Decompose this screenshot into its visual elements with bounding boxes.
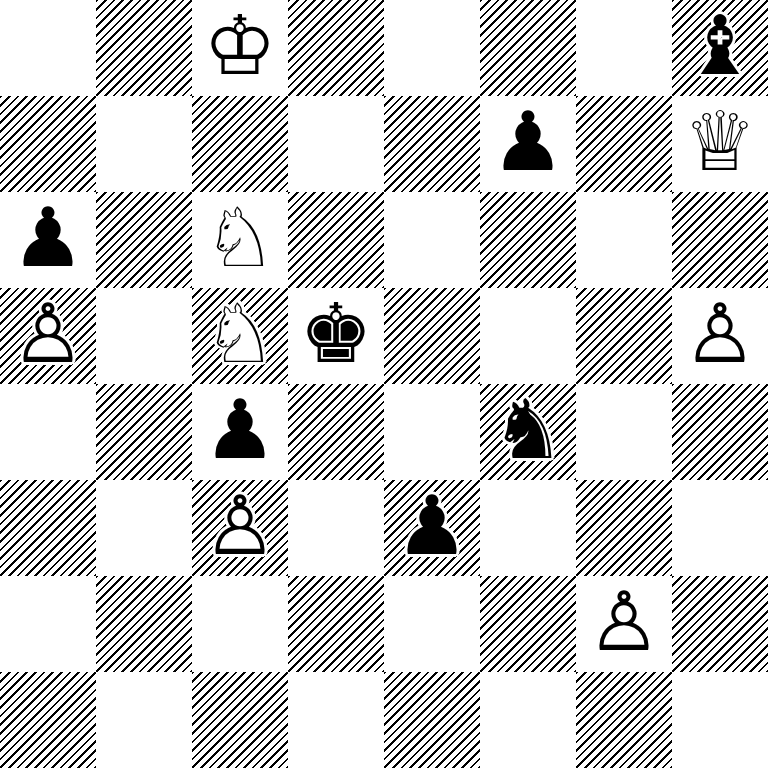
square-f1[interactable]	[480, 672, 576, 768]
square-d4[interactable]	[288, 384, 384, 480]
black-pawn-glyph: ♟	[0, 192, 96, 286]
white-queen-glyph: ♕	[672, 96, 768, 190]
square-d7[interactable]	[288, 96, 384, 192]
square-d1[interactable]	[288, 672, 384, 768]
piece-white-knight[interactable]: ♞♘	[192, 192, 288, 288]
square-b4[interactable]	[96, 384, 192, 480]
piece-white-pawn[interactable]: ♟♙	[0, 288, 96, 384]
square-c4[interactable]: ♟♟	[192, 384, 288, 480]
piece-white-pawn[interactable]: ♟♙	[576, 576, 672, 672]
square-h8[interactable]: ♝♝	[672, 0, 768, 96]
square-c1[interactable]	[192, 672, 288, 768]
square-g2[interactable]: ♟♙	[576, 576, 672, 672]
black-pawn-glyph: ♟	[480, 96, 576, 190]
square-h2[interactable]	[672, 576, 768, 672]
square-b6[interactable]	[96, 192, 192, 288]
square-a1[interactable]	[0, 672, 96, 768]
white-pawn-glyph: ♙	[192, 480, 288, 574]
square-e4[interactable]	[384, 384, 480, 480]
piece-white-pawn[interactable]: ♟♙	[672, 288, 768, 384]
square-e6[interactable]	[384, 192, 480, 288]
square-h5[interactable]: ♟♙	[672, 288, 768, 384]
black-knight-glyph: ♞	[480, 384, 576, 478]
square-e7[interactable]	[384, 96, 480, 192]
square-h7[interactable]: ♛♕	[672, 96, 768, 192]
piece-black-pawn[interactable]: ♟♟	[0, 192, 96, 288]
black-bishop-glyph: ♝	[672, 0, 768, 94]
square-g3[interactable]	[576, 480, 672, 576]
square-b8[interactable]	[96, 0, 192, 96]
white-king-glyph: ♔	[192, 0, 288, 94]
square-b1[interactable]	[96, 672, 192, 768]
square-g4[interactable]	[576, 384, 672, 480]
square-a6[interactable]: ♟♟	[0, 192, 96, 288]
square-a8[interactable]	[0, 0, 96, 96]
piece-black-knight[interactable]: ♞♞	[480, 384, 576, 480]
square-b3[interactable]	[96, 480, 192, 576]
piece-white-pawn[interactable]: ♟♙	[192, 480, 288, 576]
white-pawn-glyph: ♙	[0, 288, 96, 382]
square-c5[interactable]: ♞♘	[192, 288, 288, 384]
square-e8[interactable]	[384, 0, 480, 96]
white-pawn-glyph: ♙	[672, 288, 768, 382]
square-d8[interactable]	[288, 0, 384, 96]
piece-white-king[interactable]: ♚♔	[192, 0, 288, 96]
square-c8[interactable]: ♚♔	[192, 0, 288, 96]
square-e1[interactable]	[384, 672, 480, 768]
piece-black-bishop[interactable]: ♝♝	[672, 0, 768, 96]
square-e2[interactable]	[384, 576, 480, 672]
square-f6[interactable]	[480, 192, 576, 288]
square-f5[interactable]	[480, 288, 576, 384]
square-h1[interactable]	[672, 672, 768, 768]
square-g6[interactable]	[576, 192, 672, 288]
square-f7[interactable]: ♟♟	[480, 96, 576, 192]
square-g8[interactable]	[576, 0, 672, 96]
square-d2[interactable]	[288, 576, 384, 672]
square-e3[interactable]: ♟♟	[384, 480, 480, 576]
black-king-glyph: ♚	[288, 288, 384, 382]
piece-black-pawn[interactable]: ♟♟	[480, 96, 576, 192]
black-pawn-glyph: ♟	[384, 480, 480, 574]
piece-black-pawn[interactable]: ♟♟	[192, 384, 288, 480]
white-knight-glyph: ♘	[192, 192, 288, 286]
square-b2[interactable]	[96, 576, 192, 672]
piece-black-king[interactable]: ♚♚	[288, 288, 384, 384]
square-a3[interactable]	[0, 480, 96, 576]
square-b7[interactable]	[96, 96, 192, 192]
square-c6[interactable]: ♞♘	[192, 192, 288, 288]
square-g1[interactable]	[576, 672, 672, 768]
square-h3[interactable]	[672, 480, 768, 576]
square-f2[interactable]	[480, 576, 576, 672]
piece-white-knight[interactable]: ♞♘	[192, 288, 288, 384]
square-c7[interactable]	[192, 96, 288, 192]
square-c3[interactable]: ♟♙	[192, 480, 288, 576]
white-knight-glyph: ♘	[192, 288, 288, 382]
white-pawn-glyph: ♙	[576, 576, 672, 670]
black-pawn-glyph: ♟	[192, 384, 288, 478]
square-f8[interactable]	[480, 0, 576, 96]
square-b5[interactable]	[96, 288, 192, 384]
square-d6[interactable]	[288, 192, 384, 288]
chess-board: ♚♔♝♝♟♟♛♕♟♟♞♘♟♙♞♘♚♚♟♙♟♟♞♞♟♙♟♟♟♙	[0, 0, 768, 768]
square-g5[interactable]	[576, 288, 672, 384]
piece-black-pawn[interactable]: ♟♟	[384, 480, 480, 576]
square-c2[interactable]	[192, 576, 288, 672]
square-a2[interactable]	[0, 576, 96, 672]
piece-white-queen[interactable]: ♛♕	[672, 96, 768, 192]
square-a4[interactable]	[0, 384, 96, 480]
square-d5[interactable]: ♚♚	[288, 288, 384, 384]
square-a5[interactable]: ♟♙	[0, 288, 96, 384]
square-f3[interactable]	[480, 480, 576, 576]
square-h6[interactable]	[672, 192, 768, 288]
square-h4[interactable]	[672, 384, 768, 480]
square-d3[interactable]	[288, 480, 384, 576]
square-f4[interactable]: ♞♞	[480, 384, 576, 480]
square-a7[interactable]	[0, 96, 96, 192]
square-g7[interactable]	[576, 96, 672, 192]
square-e5[interactable]	[384, 288, 480, 384]
